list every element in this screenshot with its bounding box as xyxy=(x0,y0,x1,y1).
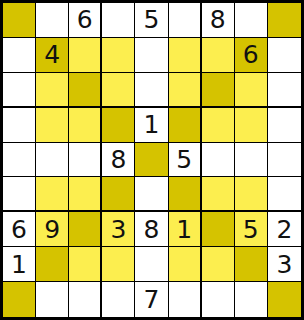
cell-r9c5[interactable]: 7 xyxy=(135,282,168,317)
cell-r8c2[interactable] xyxy=(36,247,69,282)
cell-r8c5[interactable] xyxy=(135,247,168,282)
cell-r2c2[interactable]: 4 xyxy=(36,38,69,73)
cell-r7c6[interactable]: 1 xyxy=(169,212,202,247)
cell-r9c7[interactable] xyxy=(202,282,235,317)
cell-r1c4[interactable] xyxy=(102,3,135,38)
cell-r2c5[interactable] xyxy=(135,38,168,73)
cell-r2c8[interactable]: 6 xyxy=(235,38,268,73)
cell-r5c3[interactable] xyxy=(69,143,102,178)
cell-r2c9[interactable] xyxy=(268,38,301,73)
cell-r2c7[interactable] xyxy=(202,38,235,73)
cell-r8c3[interactable] xyxy=(69,247,102,282)
cell-r9c8[interactable] xyxy=(235,282,268,317)
cell-r9c1[interactable] xyxy=(3,282,36,317)
cell-r4c4[interactable] xyxy=(102,108,135,143)
cell-r8c9[interactable]: 3 xyxy=(268,247,301,282)
cell-r4c3[interactable] xyxy=(69,108,102,143)
cell-r6c6[interactable] xyxy=(169,177,202,212)
cell-r4c6[interactable] xyxy=(169,108,202,143)
cell-r6c4[interactable] xyxy=(102,177,135,212)
cell-r4c2[interactable] xyxy=(36,108,69,143)
cell-r1c1[interactable] xyxy=(3,3,36,38)
cell-r4c9[interactable] xyxy=(268,108,301,143)
cell-r5c1[interactable] xyxy=(3,143,36,178)
cell-r7c1[interactable]: 6 xyxy=(3,212,36,247)
cell-r2c4[interactable] xyxy=(102,38,135,73)
cell-r5c6[interactable]: 5 xyxy=(169,143,202,178)
cell-r1c9[interactable] xyxy=(268,3,301,38)
cell-r2c3[interactable] xyxy=(69,38,102,73)
cell-r2c6[interactable] xyxy=(169,38,202,73)
cell-r2c1[interactable] xyxy=(3,38,36,73)
cell-r1c3[interactable]: 6 xyxy=(69,3,102,38)
cell-r6c3[interactable] xyxy=(69,177,102,212)
cell-r4c7[interactable] xyxy=(202,108,235,143)
cell-r8c4[interactable] xyxy=(102,247,135,282)
cell-r6c1[interactable] xyxy=(3,177,36,212)
cell-r3c1[interactable] xyxy=(3,73,36,108)
cell-r7c3[interactable] xyxy=(69,212,102,247)
cell-r4c8[interactable] xyxy=(235,108,268,143)
cell-r9c4[interactable] xyxy=(102,282,135,317)
cell-r6c2[interactable] xyxy=(36,177,69,212)
cell-r3c6[interactable] xyxy=(169,73,202,108)
cell-r7c2[interactable]: 9 xyxy=(36,212,69,247)
cell-r6c5[interactable] xyxy=(135,177,168,212)
cell-r3c5[interactable] xyxy=(135,73,168,108)
cell-r1c7[interactable]: 8 xyxy=(202,3,235,38)
cell-r9c2[interactable] xyxy=(36,282,69,317)
cell-r8c7[interactable] xyxy=(202,247,235,282)
cell-r7c7[interactable] xyxy=(202,212,235,247)
cell-r6c9[interactable] xyxy=(268,177,301,212)
cell-r1c5[interactable]: 5 xyxy=(135,3,168,38)
cell-r3c9[interactable] xyxy=(268,73,301,108)
cell-r1c2[interactable] xyxy=(36,3,69,38)
cell-r5c2[interactable] xyxy=(36,143,69,178)
cell-r5c7[interactable] xyxy=(202,143,235,178)
cell-r3c4[interactable] xyxy=(102,73,135,108)
cell-r8c8[interactable] xyxy=(235,247,268,282)
cell-r6c7[interactable] xyxy=(202,177,235,212)
cell-r4c5[interactable]: 1 xyxy=(135,108,168,143)
cell-r5c4[interactable]: 8 xyxy=(102,143,135,178)
cell-r3c3[interactable] xyxy=(69,73,102,108)
cell-r1c6[interactable] xyxy=(169,3,202,38)
cell-r6c8[interactable] xyxy=(235,177,268,212)
cell-r5c9[interactable] xyxy=(268,143,301,178)
cell-r1c8[interactable] xyxy=(235,3,268,38)
cell-r3c2[interactable] xyxy=(36,73,69,108)
cell-r7c8[interactable]: 5 xyxy=(235,212,268,247)
cell-r9c6[interactable] xyxy=(169,282,202,317)
cell-r5c8[interactable] xyxy=(235,143,268,178)
cell-r9c9[interactable] xyxy=(268,282,301,317)
sudoku-board: 658461856938152137 xyxy=(0,0,304,320)
cell-r8c6[interactable] xyxy=(169,247,202,282)
cell-r7c9[interactable]: 2 xyxy=(268,212,301,247)
cell-r4c1[interactable] xyxy=(3,108,36,143)
cell-r7c4[interactable]: 3 xyxy=(102,212,135,247)
cell-r3c7[interactable] xyxy=(202,73,235,108)
cell-r5c5[interactable] xyxy=(135,143,168,178)
cell-r8c1[interactable]: 1 xyxy=(3,247,36,282)
cell-r7c5[interactable]: 8 xyxy=(135,212,168,247)
cell-r3c8[interactable] xyxy=(235,73,268,108)
cell-r9c3[interactable] xyxy=(69,282,102,317)
